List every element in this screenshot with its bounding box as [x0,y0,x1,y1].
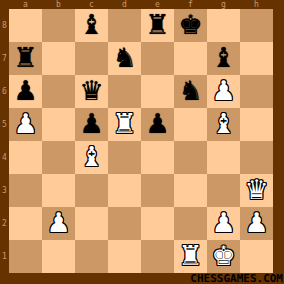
rank-label-5: 5 [0,108,9,141]
white-pawn-icon[interactable]: ♟ [42,207,75,240]
square-c3[interactable] [75,174,108,207]
white-bishop-icon[interactable]: ♝ [207,108,240,141]
square-b6[interactable] [42,75,75,108]
square-b1[interactable] [42,240,75,273]
rank-label-2: 2 [0,207,9,240]
rank-labels: 87654321 [0,9,9,273]
square-h6[interactable] [240,75,273,108]
square-e1[interactable] [141,240,174,273]
square-f1[interactable]: ♜ [174,240,207,273]
square-d3[interactable] [108,174,141,207]
chess-diagram: abcdefgh 87654321 ♝♜♚♜♞♝♟♛♞♟♟♟♜♟♝♝♛♟♟♟♜♚… [0,0,284,284]
square-c2[interactable] [75,207,108,240]
square-g6[interactable]: ♟ [207,75,240,108]
square-a6[interactable]: ♟ [9,75,42,108]
square-g7[interactable]: ♝ [207,42,240,75]
square-c5[interactable]: ♟ [75,108,108,141]
rank-label-8: 8 [0,9,9,42]
square-b3[interactable] [42,174,75,207]
white-pawn-icon[interactable]: ♟ [240,207,273,240]
square-g1[interactable]: ♚ [207,240,240,273]
square-h4[interactable] [240,141,273,174]
square-h2[interactable]: ♟ [240,207,273,240]
square-e8[interactable]: ♜ [141,9,174,42]
square-e7[interactable] [141,42,174,75]
square-h7[interactable] [240,42,273,75]
black-bishop-icon[interactable]: ♝ [207,42,240,75]
black-king-icon[interactable]: ♚ [174,9,207,42]
square-e2[interactable] [141,207,174,240]
square-f7[interactable] [174,42,207,75]
square-a3[interactable] [9,174,42,207]
black-rook-icon[interactable]: ♜ [9,42,42,75]
square-h1[interactable] [240,240,273,273]
white-pawn-icon[interactable]: ♟ [207,207,240,240]
chess-board: ♝♜♚♜♞♝♟♛♞♟♟♟♜♟♝♝♛♟♟♟♜♚ [9,9,273,273]
rank-label-1: 1 [0,240,9,273]
square-b7[interactable] [42,42,75,75]
black-pawn-icon[interactable]: ♟ [75,108,108,141]
square-b5[interactable] [42,108,75,141]
square-b8[interactable] [42,9,75,42]
square-h5[interactable] [240,108,273,141]
square-b4[interactable] [42,141,75,174]
square-g3[interactable] [207,174,240,207]
square-c7[interactable] [75,42,108,75]
white-pawn-icon[interactable]: ♟ [207,75,240,108]
square-d7[interactable]: ♞ [108,42,141,75]
black-rook-icon[interactable]: ♜ [141,9,174,42]
square-e4[interactable] [141,141,174,174]
square-d1[interactable] [108,240,141,273]
square-g5[interactable]: ♝ [207,108,240,141]
black-knight-icon[interactable]: ♞ [108,42,141,75]
black-bishop-icon[interactable]: ♝ [75,9,108,42]
square-c8[interactable]: ♝ [75,9,108,42]
square-e3[interactable] [141,174,174,207]
square-c4[interactable]: ♝ [75,141,108,174]
file-labels: abcdefgh [9,0,273,9]
square-c1[interactable] [75,240,108,273]
square-g8[interactable] [207,9,240,42]
white-king-icon[interactable]: ♚ [207,240,240,273]
square-f5[interactable] [174,108,207,141]
square-e5[interactable]: ♟ [141,108,174,141]
square-a4[interactable] [9,141,42,174]
square-d2[interactable] [108,207,141,240]
square-f8[interactable]: ♚ [174,9,207,42]
white-queen-icon[interactable]: ♛ [240,174,273,207]
square-d8[interactable] [108,9,141,42]
chessgames-watermark: CHESSGAMES.COM [190,273,283,284]
square-g2[interactable]: ♟ [207,207,240,240]
black-pawn-icon[interactable]: ♟ [141,108,174,141]
black-pawn-icon[interactable]: ♟ [9,75,42,108]
square-f2[interactable] [174,207,207,240]
black-knight-icon[interactable]: ♞ [174,75,207,108]
square-c6[interactable]: ♛ [75,75,108,108]
square-d4[interactable] [108,141,141,174]
square-g4[interactable] [207,141,240,174]
square-e6[interactable] [141,75,174,108]
square-f3[interactable] [174,174,207,207]
square-h8[interactable] [240,9,273,42]
square-h3[interactable]: ♛ [240,174,273,207]
rank-label-7: 7 [0,42,9,75]
square-a1[interactable] [9,240,42,273]
square-b2[interactable]: ♟ [42,207,75,240]
square-a5[interactable]: ♟ [9,108,42,141]
rank-label-3: 3 [0,174,9,207]
square-d6[interactable] [108,75,141,108]
square-a7[interactable]: ♜ [9,42,42,75]
square-f4[interactable] [174,141,207,174]
white-bishop-icon[interactable]: ♝ [75,141,108,174]
white-rook-icon[interactable]: ♜ [174,240,207,273]
rank-label-4: 4 [0,141,9,174]
rank-label-6: 6 [0,75,9,108]
white-pawn-icon[interactable]: ♟ [9,108,42,141]
square-a8[interactable] [9,9,42,42]
square-a2[interactable] [9,207,42,240]
square-f6[interactable]: ♞ [174,75,207,108]
white-rook-icon[interactable]: ♜ [108,108,141,141]
black-queen-icon[interactable]: ♛ [75,75,108,108]
square-d5[interactable]: ♜ [108,108,141,141]
